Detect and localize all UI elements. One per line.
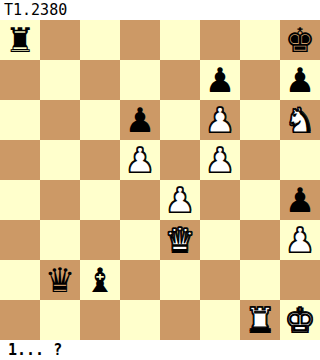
square-c2[interactable]: ♝ xyxy=(80,260,120,300)
square-a8[interactable]: ♜ xyxy=(0,20,40,60)
square-f2[interactable] xyxy=(200,260,240,300)
white-pawn: ♟ xyxy=(205,140,235,180)
square-b5[interactable] xyxy=(40,140,80,180)
black-queen: ♛ xyxy=(45,260,75,300)
square-e2[interactable] xyxy=(160,260,200,300)
square-g7[interactable] xyxy=(240,60,280,100)
black-rook: ♜ xyxy=(5,20,35,60)
chess-board: ♜♚♟♟♟♟♞♟♟♟♟♛♟♛♝♜♚ xyxy=(0,20,320,340)
square-f7[interactable]: ♟ xyxy=(200,60,240,100)
square-e5[interactable] xyxy=(160,140,200,180)
square-e7[interactable] xyxy=(160,60,200,100)
square-e8[interactable] xyxy=(160,20,200,60)
black-pawn: ♟ xyxy=(125,100,155,140)
square-d3[interactable] xyxy=(120,220,160,260)
square-f6[interactable]: ♟ xyxy=(200,100,240,140)
move-prompt-label: 1... ? xyxy=(8,340,62,360)
square-b8[interactable] xyxy=(40,20,80,60)
square-d2[interactable] xyxy=(120,260,160,300)
chess-puzzle-page: T1.2380 ♜♚♟♟♟♟♞♟♟♟♟♛♟♛♝♜♚ 1... ? xyxy=(0,0,320,360)
square-g1[interactable]: ♜ xyxy=(240,300,280,340)
white-king: ♚ xyxy=(285,300,315,340)
white-knight: ♞ xyxy=(285,100,315,140)
square-d6[interactable]: ♟ xyxy=(120,100,160,140)
square-h1[interactable]: ♚ xyxy=(280,300,320,340)
square-d4[interactable] xyxy=(120,180,160,220)
black-pawn: ♟ xyxy=(205,60,235,100)
square-c8[interactable] xyxy=(80,20,120,60)
square-d8[interactable] xyxy=(120,20,160,60)
square-e4[interactable]: ♟ xyxy=(160,180,200,220)
square-a5[interactable] xyxy=(0,140,40,180)
black-bishop: ♝ xyxy=(85,260,115,300)
square-h2[interactable] xyxy=(280,260,320,300)
square-c7[interactable] xyxy=(80,60,120,100)
square-c6[interactable] xyxy=(80,100,120,140)
square-c4[interactable] xyxy=(80,180,120,220)
square-h7[interactable]: ♟ xyxy=(280,60,320,100)
square-h4[interactable]: ♟ xyxy=(280,180,320,220)
square-b6[interactable] xyxy=(40,100,80,140)
puzzle-id-label: T1.2380 xyxy=(4,0,67,20)
square-e3[interactable]: ♛ xyxy=(160,220,200,260)
square-a1[interactable] xyxy=(0,300,40,340)
black-king: ♚ xyxy=(285,20,315,60)
black-pawn: ♟ xyxy=(285,60,315,100)
square-e1[interactable] xyxy=(160,300,200,340)
square-f4[interactable] xyxy=(200,180,240,220)
square-d7[interactable] xyxy=(120,60,160,100)
square-f8[interactable] xyxy=(200,20,240,60)
square-b2[interactable]: ♛ xyxy=(40,260,80,300)
square-g6[interactable] xyxy=(240,100,280,140)
white-rook: ♜ xyxy=(245,300,275,340)
square-f3[interactable] xyxy=(200,220,240,260)
white-pawn: ♟ xyxy=(165,180,195,220)
white-pawn: ♟ xyxy=(285,220,315,260)
square-a3[interactable] xyxy=(0,220,40,260)
square-h8[interactable]: ♚ xyxy=(280,20,320,60)
black-pawn: ♟ xyxy=(285,180,315,220)
square-b4[interactable] xyxy=(40,180,80,220)
square-h5[interactable] xyxy=(280,140,320,180)
square-g5[interactable] xyxy=(240,140,280,180)
square-c3[interactable] xyxy=(80,220,120,260)
square-e6[interactable] xyxy=(160,100,200,140)
white-queen: ♛ xyxy=(165,220,195,260)
square-a7[interactable] xyxy=(0,60,40,100)
square-f1[interactable] xyxy=(200,300,240,340)
square-g8[interactable] xyxy=(240,20,280,60)
square-a4[interactable] xyxy=(0,180,40,220)
square-h3[interactable]: ♟ xyxy=(280,220,320,260)
square-g3[interactable] xyxy=(240,220,280,260)
square-d1[interactable] xyxy=(120,300,160,340)
square-a2[interactable] xyxy=(0,260,40,300)
square-g4[interactable] xyxy=(240,180,280,220)
square-h6[interactable]: ♞ xyxy=(280,100,320,140)
square-c1[interactable] xyxy=(80,300,120,340)
white-pawn: ♟ xyxy=(125,140,155,180)
square-g2[interactable] xyxy=(240,260,280,300)
square-d5[interactable]: ♟ xyxy=(120,140,160,180)
square-b7[interactable] xyxy=(40,60,80,100)
square-b3[interactable] xyxy=(40,220,80,260)
square-b1[interactable] xyxy=(40,300,80,340)
square-c5[interactable] xyxy=(80,140,120,180)
square-f5[interactable]: ♟ xyxy=(200,140,240,180)
white-pawn: ♟ xyxy=(205,100,235,140)
square-a6[interactable] xyxy=(0,100,40,140)
